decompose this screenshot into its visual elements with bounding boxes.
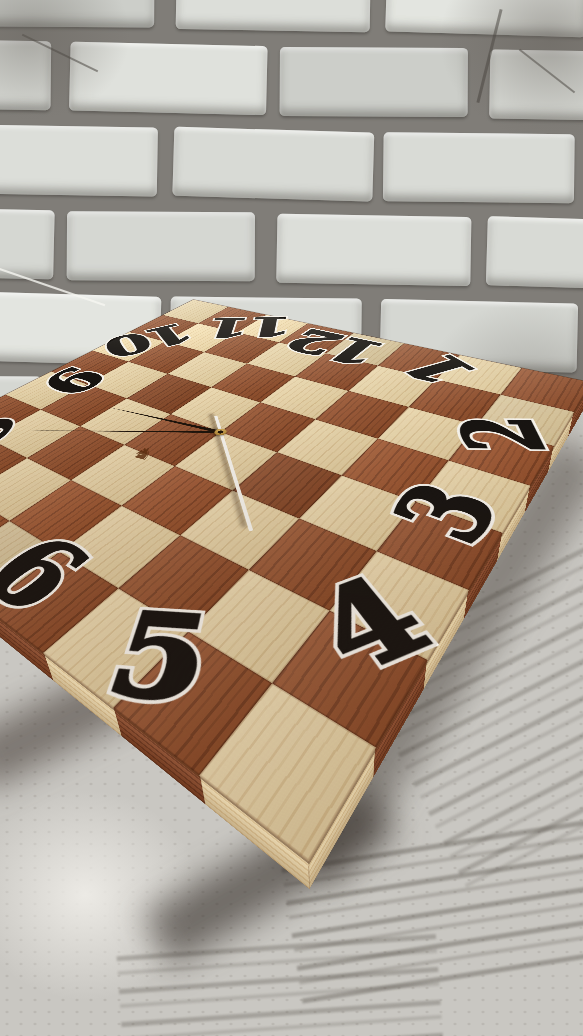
perspective-scene: 112233445566778899101011111212♞ [0,0,583,1036]
numeral-fill: 11 [203,313,294,341]
chessboard-clock: 112233445566778899101011111212♞ [0,300,583,862]
camera-roll: 112233445566778899101011111212♞ [0,0,583,1036]
photo-frame: 112233445566778899101011111212♞ [0,0,583,1036]
board-face: 112233445566778899101011111212♞ [0,300,583,862]
